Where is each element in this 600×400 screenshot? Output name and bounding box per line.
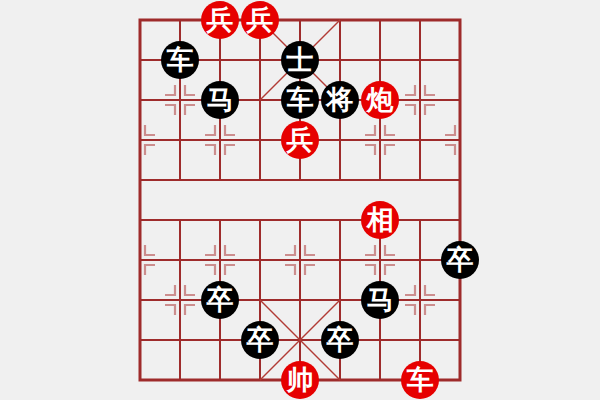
board-point[interactable]: 卒 [240, 320, 280, 360]
board-point[interactable] [440, 80, 480, 120]
board-point[interactable] [240, 120, 280, 160]
board-point[interactable] [240, 160, 280, 200]
board-point[interactable] [400, 120, 440, 160]
black-advisor-piece[interactable]: 士 [281, 41, 319, 79]
xiangqi-board: 兵兵车士马车将炮兵相卒卒马卒卒帅车 [120, 0, 480, 400]
board-point[interactable]: 兵 [200, 0, 240, 40]
board-point[interactable] [440, 280, 480, 320]
board-point[interactable] [320, 360, 360, 400]
board-point[interactable]: 相 [360, 200, 400, 240]
board-point[interactable] [200, 200, 240, 240]
black-soldier-piece[interactable]: 卒 [201, 281, 239, 319]
black-soldier-piece[interactable]: 卒 [441, 241, 479, 279]
board-point[interactable]: 车 [280, 80, 320, 120]
board-point[interactable] [400, 0, 440, 40]
board-point[interactable] [160, 320, 200, 360]
board-point[interactable] [120, 320, 160, 360]
black-horse-piece[interactable]: 马 [201, 81, 239, 119]
board-point[interactable] [320, 40, 360, 80]
red-soldier-piece[interactable]: 兵 [241, 1, 279, 39]
board-point[interactable] [440, 320, 480, 360]
board-point[interactable] [440, 120, 480, 160]
board-point[interactable] [360, 40, 400, 80]
board-point[interactable] [280, 160, 320, 200]
board-point[interactable] [240, 200, 280, 240]
board-point[interactable] [360, 360, 400, 400]
board-point[interactable]: 帅 [280, 360, 320, 400]
board-point[interactable] [240, 360, 280, 400]
red-elephant-piece[interactable]: 相 [361, 201, 399, 239]
board-point[interactable]: 卒 [440, 240, 480, 280]
board-point[interactable] [160, 160, 200, 200]
red-cannon-piece[interactable]: 炮 [361, 81, 399, 119]
board-point[interactable] [160, 120, 200, 160]
board-point[interactable] [360, 240, 400, 280]
board-point[interactable] [160, 80, 200, 120]
black-soldier-piece[interactable]: 卒 [321, 321, 359, 359]
board-point[interactable] [120, 240, 160, 280]
board-point[interactable] [440, 360, 480, 400]
board-point[interactable]: 士 [280, 40, 320, 80]
red-general-piece[interactable]: 帅 [281, 361, 319, 399]
board-point[interactable] [320, 200, 360, 240]
black-general-piece[interactable]: 将 [321, 81, 359, 119]
board-point[interactable] [120, 200, 160, 240]
board-point[interactable]: 卒 [320, 320, 360, 360]
board-point[interactable] [280, 240, 320, 280]
board-point[interactable] [240, 80, 280, 120]
board-point[interactable]: 将 [320, 80, 360, 120]
board-point[interactable]: 车 [160, 40, 200, 80]
board-point[interactable] [160, 280, 200, 320]
red-chariot-piece[interactable]: 车 [401, 361, 439, 399]
black-horse-piece[interactable]: 马 [361, 281, 399, 319]
board-point[interactable] [360, 120, 400, 160]
board-point[interactable] [400, 80, 440, 120]
board-point[interactable] [200, 120, 240, 160]
board-point[interactable] [160, 240, 200, 280]
board-point[interactable] [400, 160, 440, 200]
board-point[interactable]: 马 [200, 80, 240, 120]
board-point[interactable] [320, 0, 360, 40]
board-point[interactable] [440, 200, 480, 240]
board-point[interactable] [240, 240, 280, 280]
board-point[interactable] [440, 160, 480, 200]
board-point[interactable] [160, 360, 200, 400]
board-point[interactable] [320, 160, 360, 200]
board-point[interactable] [240, 40, 280, 80]
board-point[interactable] [280, 0, 320, 40]
board-point[interactable] [120, 80, 160, 120]
board-point[interactable] [200, 360, 240, 400]
board-point[interactable] [280, 320, 320, 360]
board-point[interactable] [200, 40, 240, 80]
board-point[interactable] [120, 0, 160, 40]
board-point[interactable] [120, 120, 160, 160]
board-point[interactable]: 卒 [200, 280, 240, 320]
board-point[interactable]: 马 [360, 280, 400, 320]
black-soldier-piece[interactable]: 卒 [241, 321, 279, 359]
red-soldier-piece[interactable]: 兵 [281, 121, 319, 159]
board-point[interactable] [160, 200, 200, 240]
board-point[interactable] [360, 160, 400, 200]
board-point[interactable] [320, 240, 360, 280]
board-point[interactable] [240, 280, 280, 320]
board-point[interactable] [200, 160, 240, 200]
board-point[interactable] [400, 240, 440, 280]
board-point[interactable]: 炮 [360, 80, 400, 120]
board-point[interactable] [400, 280, 440, 320]
board-point[interactable] [120, 360, 160, 400]
board-point[interactable] [400, 40, 440, 80]
board-point[interactable] [400, 200, 440, 240]
board-point[interactable] [120, 40, 160, 80]
board-point[interactable] [200, 320, 240, 360]
board-point[interactable] [440, 40, 480, 80]
board-point[interactable] [440, 0, 480, 40]
board-point[interactable] [320, 120, 360, 160]
black-chariot-piece[interactable]: 车 [281, 81, 319, 119]
board-point[interactable] [280, 280, 320, 320]
board-point[interactable] [200, 240, 240, 280]
board-point[interactable] [320, 280, 360, 320]
xiangqi-app: 兵兵车士马车将炮兵相卒卒马卒卒帅车 [0, 0, 600, 400]
board-point[interactable]: 兵 [240, 0, 280, 40]
board-point[interactable] [120, 280, 160, 320]
board-point[interactable]: 车 [400, 360, 440, 400]
black-chariot-piece[interactable]: 车 [161, 41, 199, 79]
board-point[interactable] [400, 320, 440, 360]
board-point[interactable] [360, 0, 400, 40]
board-point[interactable] [280, 200, 320, 240]
board-point[interactable] [120, 160, 160, 200]
board-point[interactable] [360, 320, 400, 360]
board-point[interactable]: 兵 [280, 120, 320, 160]
red-soldier-piece[interactable]: 兵 [201, 1, 239, 39]
board-point[interactable] [160, 0, 200, 40]
